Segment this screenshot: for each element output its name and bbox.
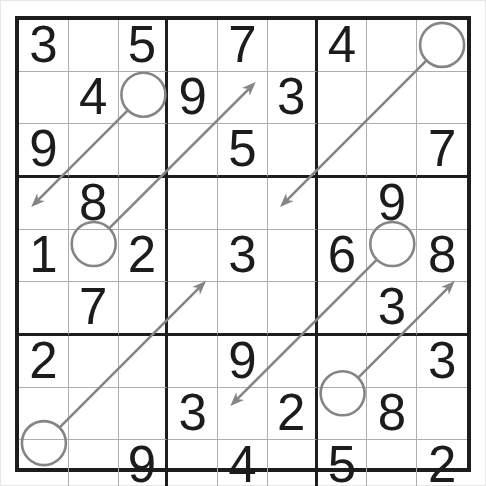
cell-r4c9[interactable] bbox=[417, 178, 467, 230]
cell-r3c9[interactable]: 7 bbox=[417, 124, 467, 178]
cell-r6c9[interactable] bbox=[417, 282, 467, 336]
cell-r7c1[interactable]: 2 bbox=[19, 336, 69, 388]
given-digit: 4 bbox=[228, 439, 256, 486]
cell-r3c5[interactable]: 5 bbox=[218, 124, 268, 178]
cell-r6c3[interactable] bbox=[119, 282, 169, 336]
given-digit: 1 bbox=[29, 229, 57, 280]
cell-r9c1[interactable] bbox=[19, 440, 69, 486]
cell-r7c6[interactable] bbox=[268, 336, 318, 388]
cell-r4c7[interactable] bbox=[318, 178, 368, 230]
given-digit: 9 bbox=[29, 123, 57, 174]
cell-r2c4[interactable]: 9 bbox=[168, 72, 218, 124]
cell-r6c4[interactable] bbox=[168, 282, 218, 336]
cell-r6c8[interactable]: 3 bbox=[367, 282, 417, 336]
cell-r6c2[interactable]: 7 bbox=[69, 282, 119, 336]
given-digit: 2 bbox=[428, 439, 456, 486]
puzzle-canvas: 35744939578912368732933289452 bbox=[0, 0, 486, 486]
cell-r9c4[interactable] bbox=[168, 440, 218, 486]
cell-r2c3[interactable] bbox=[119, 72, 169, 124]
cell-r1c9[interactable] bbox=[417, 20, 467, 72]
cell-r2c7[interactable] bbox=[318, 72, 368, 124]
given-digit: 3 bbox=[228, 229, 256, 280]
given-digit: 9 bbox=[128, 439, 156, 486]
cell-r8c7[interactable] bbox=[318, 388, 368, 440]
given-digit: 3 bbox=[428, 335, 456, 386]
cell-r1c2[interactable] bbox=[69, 20, 119, 72]
given-digit: 7 bbox=[428, 123, 456, 174]
cell-r1c4[interactable] bbox=[168, 20, 218, 72]
given-digit: 4 bbox=[328, 19, 356, 70]
cell-r4c1[interactable] bbox=[19, 178, 69, 230]
given-digit: 3 bbox=[378, 281, 406, 332]
cell-r1c1[interactable]: 3 bbox=[19, 20, 69, 72]
given-digit: 3 bbox=[277, 71, 305, 122]
cell-r2c2[interactable]: 4 bbox=[69, 72, 119, 124]
given-digit: 3 bbox=[29, 19, 57, 70]
cell-r9c3[interactable]: 9 bbox=[119, 440, 169, 486]
given-digit: 9 bbox=[378, 177, 406, 228]
cell-r8c9[interactable] bbox=[417, 388, 467, 440]
cell-r8c4[interactable]: 3 bbox=[168, 388, 218, 440]
given-digit: 5 bbox=[328, 439, 356, 486]
cell-r5c4[interactable] bbox=[168, 230, 218, 282]
cell-r7c9[interactable]: 3 bbox=[417, 336, 467, 388]
cell-r3c8[interactable] bbox=[367, 124, 417, 178]
cell-r5c5[interactable]: 3 bbox=[218, 230, 268, 282]
cell-r2c1[interactable] bbox=[19, 72, 69, 124]
cell-r2c8[interactable] bbox=[367, 72, 417, 124]
given-digit: 5 bbox=[228, 123, 256, 174]
given-digit: 5 bbox=[128, 19, 156, 70]
cell-r7c2[interactable] bbox=[69, 336, 119, 388]
cell-r8c5[interactable] bbox=[218, 388, 268, 440]
cell-r8c2[interactable] bbox=[69, 388, 119, 440]
cell-r4c5[interactable] bbox=[218, 178, 268, 230]
cell-r2c5[interactable] bbox=[218, 72, 268, 124]
cell-r3c6[interactable] bbox=[268, 124, 318, 178]
cell-r8c1[interactable] bbox=[19, 388, 69, 440]
given-digit: 7 bbox=[228, 19, 256, 70]
cell-r5c3[interactable]: 2 bbox=[119, 230, 169, 282]
cell-r7c5[interactable]: 9 bbox=[218, 336, 268, 388]
cell-r6c6[interactable] bbox=[268, 282, 318, 336]
cell-r6c1[interactable] bbox=[19, 282, 69, 336]
given-digit: 2 bbox=[29, 335, 57, 386]
cell-r5c2[interactable] bbox=[69, 230, 119, 282]
sudoku-board: 35744939578912368732933289452 bbox=[15, 16, 471, 472]
given-digit: 9 bbox=[228, 335, 256, 386]
cell-r3c7[interactable] bbox=[318, 124, 368, 178]
given-digit: 7 bbox=[79, 281, 107, 332]
cell-r1c6[interactable] bbox=[268, 20, 318, 72]
cell-r9c2[interactable] bbox=[69, 440, 119, 486]
sudoku-grid: 35744939578912368732933289452 bbox=[19, 20, 467, 468]
cell-r7c8[interactable] bbox=[367, 336, 417, 388]
given-digit: 3 bbox=[179, 387, 207, 438]
given-digit: 4 bbox=[79, 71, 107, 122]
cell-r9c5[interactable]: 4 bbox=[218, 440, 268, 486]
cell-r9c8[interactable] bbox=[367, 440, 417, 486]
cell-r5c6[interactable] bbox=[268, 230, 318, 282]
cell-r3c2[interactable] bbox=[69, 124, 119, 178]
cell-r3c3[interactable] bbox=[119, 124, 169, 178]
cell-r8c6[interactable]: 2 bbox=[268, 388, 318, 440]
cell-r9c9[interactable]: 2 bbox=[417, 440, 467, 486]
cell-r5c8[interactable] bbox=[367, 230, 417, 282]
cell-r2c6[interactable]: 3 bbox=[268, 72, 318, 124]
cell-r3c1[interactable]: 9 bbox=[19, 124, 69, 178]
given-digit: 8 bbox=[378, 387, 406, 438]
cell-r5c9[interactable]: 8 bbox=[417, 230, 467, 282]
given-digit: 8 bbox=[79, 177, 107, 228]
given-digit: 8 bbox=[428, 229, 456, 280]
cell-r8c3[interactable] bbox=[119, 388, 169, 440]
cell-r1c7[interactable]: 4 bbox=[318, 20, 368, 72]
cell-r5c1[interactable]: 1 bbox=[19, 230, 69, 282]
cell-r7c7[interactable] bbox=[318, 336, 368, 388]
given-digit: 2 bbox=[128, 229, 156, 280]
cell-r4c3[interactable] bbox=[119, 178, 169, 230]
cell-r4c2[interactable]: 8 bbox=[69, 178, 119, 230]
cell-r1c5[interactable]: 7 bbox=[218, 20, 268, 72]
cell-r6c7[interactable] bbox=[318, 282, 368, 336]
cell-r9c7[interactable]: 5 bbox=[318, 440, 368, 486]
cell-r6c5[interactable] bbox=[218, 282, 268, 336]
cell-r4c6[interactable] bbox=[268, 178, 318, 230]
cell-r9c6[interactable] bbox=[268, 440, 318, 486]
given-digit: 6 bbox=[328, 229, 356, 280]
cell-r4c4[interactable] bbox=[168, 178, 218, 230]
given-digit: 9 bbox=[179, 71, 207, 122]
cell-r4c8[interactable]: 9 bbox=[367, 178, 417, 230]
cell-r8c8[interactable]: 8 bbox=[367, 388, 417, 440]
cell-r3c4[interactable] bbox=[168, 124, 218, 178]
cell-r7c3[interactable] bbox=[119, 336, 169, 388]
given-digit: 2 bbox=[277, 387, 305, 438]
cell-r1c3[interactable]: 5 bbox=[119, 20, 169, 72]
cell-r1c8[interactable] bbox=[367, 20, 417, 72]
cell-r7c4[interactable] bbox=[168, 336, 218, 388]
cell-r2c9[interactable] bbox=[417, 72, 467, 124]
cell-r5c7[interactable]: 6 bbox=[318, 230, 368, 282]
